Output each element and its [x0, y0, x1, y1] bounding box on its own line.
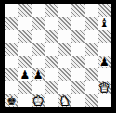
square-e5[interactable]: [58, 43, 71, 56]
black-bishop: ♝: [99, 17, 110, 29]
square-d6[interactable]: [45, 30, 58, 43]
square-f6[interactable]: [71, 30, 84, 43]
square-f4[interactable]: [71, 56, 84, 69]
square-c8[interactable]: [32, 4, 45, 17]
square-d5[interactable]: [45, 43, 58, 56]
square-a1[interactable]: ♚: [5, 94, 18, 107]
square-g1[interactable]: [85, 94, 98, 107]
white-king: ♚: [33, 95, 44, 107]
square-f1[interactable]: [71, 94, 84, 107]
square-d4[interactable]: [45, 56, 58, 69]
square-e1[interactable]: ♞: [58, 94, 71, 107]
square-e4[interactable]: [58, 56, 71, 69]
square-h8[interactable]: [98, 4, 111, 17]
square-h7[interactable]: ♝: [98, 17, 111, 30]
square-g4[interactable]: [85, 56, 98, 69]
square-a6[interactable]: [5, 30, 18, 43]
black-pawn: ♟: [19, 69, 30, 81]
square-g5[interactable]: [85, 43, 98, 56]
square-g2[interactable]: [85, 81, 98, 94]
square-h5[interactable]: [98, 43, 111, 56]
square-h1[interactable]: [98, 94, 111, 107]
square-e7[interactable]: [58, 17, 71, 30]
square-h3[interactable]: [98, 68, 111, 81]
square-b6[interactable]: [18, 30, 31, 43]
square-b1[interactable]: [18, 94, 31, 107]
square-e6[interactable]: [58, 30, 71, 43]
square-d1[interactable]: [45, 94, 58, 107]
square-b8[interactable]: [18, 4, 31, 17]
square-d3[interactable]: [45, 68, 58, 81]
square-c2[interactable]: [32, 81, 45, 94]
square-c1[interactable]: ♚: [32, 94, 45, 107]
square-g7[interactable]: [85, 17, 98, 30]
square-c7[interactable]: [32, 17, 45, 30]
board-frame: ♝♟♟♟♛♚♚♞: [0, 0, 116, 113]
square-g3[interactable]: [85, 68, 98, 81]
white-queen: ♛: [99, 82, 110, 94]
square-b4[interactable]: [18, 56, 31, 69]
square-a8[interactable]: [5, 4, 18, 17]
square-f8[interactable]: [71, 4, 84, 17]
square-a3[interactable]: [5, 68, 18, 81]
square-d8[interactable]: [45, 4, 58, 17]
square-f2[interactable]: [71, 81, 84, 94]
chess-board: ♝♟♟♟♛♚♚♞: [5, 4, 111, 107]
square-g8[interactable]: [85, 4, 98, 17]
square-e2[interactable]: [58, 81, 71, 94]
square-h6[interactable]: [98, 30, 111, 43]
square-e3[interactable]: [58, 68, 71, 81]
square-c4[interactable]: [32, 56, 45, 69]
square-a2[interactable]: [5, 81, 18, 94]
square-f7[interactable]: [71, 17, 84, 30]
square-d2[interactable]: [45, 81, 58, 94]
white-knight: ♞: [59, 95, 70, 107]
square-g6[interactable]: [85, 30, 98, 43]
square-a5[interactable]: [5, 43, 18, 56]
square-b7[interactable]: [18, 17, 31, 30]
square-c5[interactable]: [32, 43, 45, 56]
square-d7[interactable]: [45, 17, 58, 30]
square-e8[interactable]: [58, 4, 71, 17]
square-f5[interactable]: [71, 43, 84, 56]
black-pawn: ♟: [99, 56, 110, 68]
black-king: ♚: [6, 95, 17, 107]
square-f3[interactable]: [71, 68, 84, 81]
square-b5[interactable]: [18, 43, 31, 56]
square-h4[interactable]: ♟: [98, 56, 111, 69]
square-b2[interactable]: [18, 81, 31, 94]
square-b3[interactable]: ♟: [18, 68, 31, 81]
square-a7[interactable]: [5, 17, 18, 30]
square-a4[interactable]: [5, 56, 18, 69]
black-pawn: ♟: [33, 69, 44, 81]
square-c3[interactable]: ♟: [32, 68, 45, 81]
square-c6[interactable]: [32, 30, 45, 43]
square-h2[interactable]: ♛: [98, 81, 111, 94]
